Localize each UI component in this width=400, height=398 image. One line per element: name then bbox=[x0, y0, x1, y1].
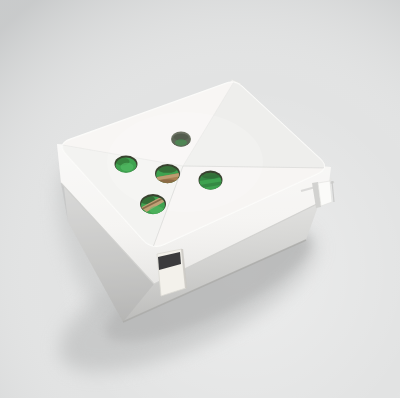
pcb-glimpse bbox=[175, 139, 187, 145]
scene-illustration bbox=[0, 0, 400, 398]
switch-slot bbox=[157, 249, 186, 296]
product-photo: Overhead product photo of a small white … bbox=[0, 0, 400, 398]
pcb-highlight bbox=[121, 163, 134, 171]
